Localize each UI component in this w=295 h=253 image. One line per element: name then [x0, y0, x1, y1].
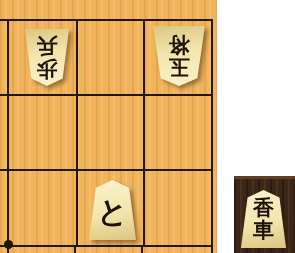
square-2b[interactable]	[78, 96, 145, 171]
shogi-board: 歩 兵 玉 将 と	[0, 0, 217, 253]
shogi-app-view: 歩 兵 玉 将 と 香 車	[0, 0, 295, 253]
lance-kanji: 香 車	[240, 190, 287, 248]
square-3c[interactable]	[9, 171, 78, 245]
grid-line-extension	[0, 19, 7, 21]
pawn-kanji: 歩 兵	[24, 29, 70, 86]
piece-hand-lance[interactable]: 香 車	[240, 190, 287, 248]
grid-line-extension	[141, 247, 143, 253]
tokin-kanji: と	[88, 180, 137, 240]
grid-line-extension	[211, 247, 213, 253]
square-2a[interactable]	[78, 21, 145, 96]
grid-line-extension	[0, 169, 7, 171]
square-1c[interactable]	[145, 171, 211, 245]
star-point-hoshi	[4, 240, 13, 249]
grid-line-extension	[0, 94, 7, 96]
piece-sente-tokin-2c[interactable]: と	[88, 180, 137, 240]
grid-line-extension	[74, 247, 76, 253]
piece-gote-king-1a[interactable]: 玉 将	[152, 26, 206, 86]
piece-gote-pawn-3a[interactable]: 歩 兵	[24, 29, 70, 86]
square-1b[interactable]	[145, 96, 211, 171]
square-3b[interactable]	[9, 96, 78, 171]
king-kanji: 玉 将	[152, 26, 206, 86]
